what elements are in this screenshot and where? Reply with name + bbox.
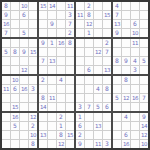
sudoku-cell[interactable]: 6 — [76, 122, 84, 130]
sudoku-cell[interactable] — [131, 48, 139, 56]
sudoku-cell[interactable] — [113, 140, 121, 148]
sudoku-cell[interactable]: 7 — [85, 103, 93, 111]
sudoku-cell[interactable] — [113, 122, 121, 130]
sudoku-cell[interactable] — [103, 113, 111, 121]
sudoku-cell[interactable] — [122, 122, 130, 130]
sudoku-cell[interactable] — [76, 2, 84, 10]
sudoku-cell[interactable] — [76, 66, 84, 74]
sudoku-cell[interactable]: 14 — [39, 103, 47, 111]
sudoku-cell[interactable] — [11, 57, 19, 65]
sudoku-cell[interactable]: 10 — [140, 140, 148, 148]
sudoku-cell[interactable] — [113, 76, 121, 84]
sudoku-cell[interactable]: 1 — [57, 122, 65, 130]
sudoku-cell[interactable] — [131, 131, 139, 139]
sudoku-cell[interactable]: 6 — [131, 20, 139, 28]
sudoku-cell[interactable] — [85, 94, 93, 102]
sudoku-cell[interactable] — [48, 76, 56, 84]
sudoku-cell[interactable] — [122, 20, 130, 28]
sudoku-cell[interactable] — [2, 39, 10, 47]
sudoku-cell[interactable] — [29, 76, 37, 84]
sudoku-cell[interactable]: 15 — [29, 48, 37, 56]
sudoku-cell[interactable] — [94, 29, 102, 37]
sudoku-cell[interactable]: 12 — [57, 140, 65, 148]
sudoku-cell[interactable] — [39, 29, 47, 37]
sudoku-cell[interactable] — [39, 48, 47, 56]
sudoku-cell[interactable] — [94, 11, 102, 19]
sudoku-cell[interactable] — [94, 131, 102, 139]
sudoku-cell[interactable] — [20, 76, 28, 84]
sudoku-cell[interactable] — [140, 66, 148, 74]
sudoku-cell[interactable]: 15 — [66, 131, 74, 139]
sudoku-cell[interactable] — [11, 39, 19, 47]
sudoku-cell[interactable]: 16 — [131, 94, 139, 102]
sudoku-cell[interactable] — [103, 131, 111, 139]
sudoku-cell[interactable] — [103, 76, 111, 84]
sudoku-cell[interactable] — [122, 48, 130, 56]
sudoku-cell[interactable] — [20, 57, 28, 65]
sudoku-cell[interactable]: 15 — [11, 103, 19, 111]
sudoku-cell[interactable] — [76, 85, 84, 93]
sudoku-cell[interactable]: 8 — [2, 2, 10, 10]
sudoku-cell[interactable] — [20, 122, 28, 130]
sudoku-cell[interactable] — [48, 66, 56, 74]
sudoku-cell[interactable]: 1 — [85, 29, 93, 37]
sudoku-cell[interactable] — [20, 103, 28, 111]
sudoku-cell[interactable] — [76, 57, 84, 65]
sudoku-cell[interactable]: 10 — [131, 29, 139, 37]
sudoku-cell[interactable] — [57, 29, 65, 37]
sudoku-cell[interactable] — [2, 94, 10, 102]
sudoku-cell[interactable]: 11 — [94, 140, 102, 148]
sudoku-cell[interactable]: 11 — [131, 39, 139, 47]
sudoku-cell[interactable]: 6 — [103, 103, 111, 111]
sudoku-cell[interactable] — [48, 122, 56, 130]
sudoku-cell[interactable] — [113, 113, 121, 121]
sudoku-cell[interactable] — [29, 66, 37, 74]
sudoku-cell[interactable]: 2 — [103, 39, 111, 47]
sudoku-cell[interactable]: 12 — [29, 113, 37, 121]
sudoku-cell[interactable] — [66, 57, 74, 65]
sudoku-cell[interactable] — [57, 57, 65, 65]
sudoku-cell[interactable] — [94, 113, 102, 121]
sudoku-cell[interactable] — [2, 131, 10, 139]
sudoku-cell[interactable] — [39, 122, 47, 130]
sudoku-cell[interactable] — [11, 29, 19, 37]
sudoku-cell[interactable] — [76, 76, 84, 84]
sudoku-cell[interactable]: 5 — [20, 29, 28, 37]
sudoku-cell[interactable]: 7 — [140, 94, 148, 102]
sudoku-cell[interactable] — [140, 103, 148, 111]
sudoku-cell[interactable] — [85, 113, 93, 121]
sudoku-cell[interactable]: 7 — [2, 29, 10, 37]
sudoku-cell[interactable] — [20, 39, 28, 47]
sudoku-cell[interactable]: 12 — [94, 48, 102, 56]
sudoku-cell[interactable] — [48, 29, 56, 37]
sudoku-cell[interactable] — [85, 39, 93, 47]
sudoku-cell[interactable] — [85, 85, 93, 93]
sudoku-cell[interactable] — [39, 20, 47, 28]
sudoku-cell[interactable]: 4 — [122, 113, 130, 121]
sudoku-cell[interactable]: 10 — [11, 76, 19, 84]
sudoku-cell[interactable]: 12 — [85, 20, 93, 28]
sudoku-cell[interactable] — [57, 94, 65, 102]
sudoku-cell[interactable]: 16 — [2, 20, 10, 28]
sudoku-cell[interactable] — [131, 140, 139, 148]
sudoku-cell[interactable] — [2, 122, 10, 130]
sudoku-cell[interactable] — [57, 66, 65, 74]
sudoku-cell[interactable]: 9 — [20, 48, 28, 56]
sudoku-cell[interactable]: 9 — [140, 113, 148, 121]
sudoku-cell[interactable] — [103, 20, 111, 28]
sudoku-cell[interactable] — [140, 29, 148, 37]
sudoku-cell[interactable]: 13 — [103, 66, 111, 74]
sudoku-cell[interactable]: 6 — [11, 85, 19, 93]
sudoku-cell[interactable]: 11 — [48, 94, 56, 102]
sudoku-cell[interactable]: 7 — [113, 11, 121, 19]
sudoku-cell[interactable] — [94, 94, 102, 102]
sudoku-cell[interactable] — [85, 131, 93, 139]
sudoku-cell[interactable]: 3 — [66, 11, 74, 19]
sudoku-cell[interactable]: 16 — [57, 39, 65, 47]
sudoku-cell[interactable] — [131, 11, 139, 19]
sudoku-cell[interactable]: 12 — [122, 94, 130, 102]
sudoku-cell[interactable] — [48, 131, 56, 139]
sudoku-cell[interactable]: 13 — [94, 122, 102, 130]
sudoku-cell[interactable] — [140, 2, 148, 10]
sudoku-cell[interactable]: 8 — [66, 39, 74, 47]
sudoku-cell[interactable]: 5 — [11, 122, 19, 130]
sudoku-cell[interactable]: 6 — [85, 66, 93, 74]
sudoku-cell[interactable] — [57, 103, 65, 111]
sudoku-cell[interactable] — [2, 66, 10, 74]
sudoku-cell[interactable] — [113, 85, 121, 93]
sudoku-cell[interactable]: 12 — [140, 131, 148, 139]
sudoku-cell[interactable] — [66, 103, 74, 111]
sudoku-cell[interactable] — [122, 11, 130, 19]
sudoku-cell[interactable] — [85, 76, 93, 84]
sudoku-cell[interactable] — [29, 57, 37, 65]
sudoku-cell[interactable]: 4 — [113, 2, 121, 10]
sudoku-cell[interactable] — [11, 94, 19, 102]
sudoku-cell[interactable]: 9 — [113, 29, 121, 37]
sudoku-cell[interactable] — [48, 11, 56, 19]
sudoku-cell[interactable] — [140, 76, 148, 84]
sudoku-cell[interactable] — [57, 85, 65, 93]
sudoku-cell[interactable]: 2 — [85, 2, 93, 10]
sudoku-cell[interactable] — [66, 76, 74, 84]
sudoku-cell[interactable] — [48, 48, 56, 56]
sudoku-cell[interactable] — [94, 66, 102, 74]
sudoku-cell[interactable]: 7 — [66, 20, 74, 28]
sudoku-cell[interactable] — [85, 122, 93, 130]
sudoku-cell[interactable]: 6 — [20, 11, 28, 19]
sudoku-cell[interactable]: 8 — [85, 11, 93, 19]
sudoku-cell[interactable] — [29, 94, 37, 102]
sudoku-cell[interactable] — [2, 113, 10, 121]
sudoku-cell[interactable] — [66, 122, 74, 130]
sudoku-cell[interactable] — [11, 20, 19, 28]
sudoku-cell[interactable] — [39, 140, 47, 148]
sudoku-cell[interactable] — [140, 39, 148, 47]
sudoku-cell[interactable] — [20, 20, 28, 28]
sudoku-cell[interactable]: 8 — [29, 140, 37, 148]
sudoku-cell[interactable] — [57, 11, 65, 19]
sudoku-cell[interactable] — [122, 85, 130, 93]
sudoku-cell[interactable] — [48, 85, 56, 93]
sudoku-cell[interactable]: 9 — [48, 20, 56, 28]
sudoku-cell[interactable] — [103, 94, 111, 102]
sudoku-cell[interactable] — [140, 11, 148, 19]
sudoku-cell[interactable]: 12 — [20, 66, 28, 74]
sudoku-cell[interactable] — [140, 20, 148, 28]
sudoku-cell[interactable] — [113, 39, 121, 47]
sudoku-cell[interactable]: 5 — [2, 48, 10, 56]
sudoku-cell[interactable]: 4 — [94, 85, 102, 93]
sudoku-cell[interactable] — [85, 140, 93, 148]
sudoku-cell[interactable] — [2, 57, 10, 65]
sudoku-cell[interactable]: 16 — [20, 85, 28, 93]
sudoku-cell[interactable] — [66, 48, 74, 56]
sudoku-cell[interactable]: 13 — [113, 20, 121, 28]
sudoku-cell[interactable] — [94, 20, 102, 28]
sudoku-cell[interactable] — [122, 103, 130, 111]
sudoku-cell[interactable] — [122, 39, 130, 47]
sudoku-cell[interactable]: 4 — [131, 57, 139, 65]
sudoku-cell[interactable] — [113, 66, 121, 74]
sudoku-cell[interactable] — [94, 2, 102, 10]
sudoku-cell[interactable] — [29, 103, 37, 111]
sudoku-cell[interactable] — [103, 2, 111, 10]
sudoku-cell[interactable] — [113, 131, 121, 139]
sudoku-cell[interactable]: 8 — [103, 85, 111, 93]
sudoku-cell[interactable] — [2, 103, 10, 111]
sudoku-cell[interactable]: 8 — [39, 94, 47, 102]
sudoku-cell[interactable] — [113, 103, 121, 111]
sudoku-cell[interactable] — [48, 103, 56, 111]
sudoku-cell[interactable] — [140, 48, 148, 56]
sudoku-cell[interactable]: 1 — [76, 113, 84, 121]
sudoku-cell[interactable]: 15 — [103, 11, 111, 19]
sudoku-cell[interactable]: 10 — [20, 2, 28, 10]
sudoku-cell[interactable]: 4 — [57, 76, 65, 84]
sudoku-cell[interactable] — [29, 20, 37, 28]
sudoku-cell[interactable] — [66, 85, 74, 93]
sudoku-cell[interactable] — [20, 113, 28, 121]
sudoku-cell[interactable] — [140, 85, 148, 93]
sudoku-cell[interactable]: 10 — [29, 131, 37, 139]
sudoku-cell[interactable] — [66, 94, 74, 102]
sudoku-cell[interactable]: 16 — [11, 113, 19, 121]
sudoku-cell[interactable]: 3 — [76, 103, 84, 111]
sudoku-cell[interactable]: 15 — [39, 2, 47, 10]
sudoku-cell[interactable] — [94, 76, 102, 84]
sudoku-cell[interactable] — [57, 48, 65, 56]
sudoku-cell[interactable] — [66, 113, 74, 121]
sudoku-cell[interactable] — [131, 2, 139, 10]
sudoku-cell[interactable]: 13 — [39, 131, 47, 139]
sudoku-cell[interactable] — [76, 94, 84, 102]
sudoku-cell[interactable] — [94, 39, 102, 47]
sudoku-cell[interactable] — [66, 66, 74, 74]
sudoku-cell[interactable]: 2 — [57, 113, 65, 121]
sudoku-cell[interactable] — [131, 85, 139, 93]
sudoku-cell[interactable] — [85, 57, 93, 65]
sudoku-cell[interactable]: 2 — [39, 76, 47, 84]
sudoku-cell[interactable]: 3 — [29, 85, 37, 93]
sudoku-cell[interactable]: 11 — [76, 11, 84, 19]
sudoku-cell[interactable] — [103, 122, 111, 130]
sudoku-cell[interactable]: 16 — [122, 140, 130, 148]
sudoku-cell[interactable] — [20, 94, 28, 102]
sudoku-cell[interactable] — [11, 131, 19, 139]
sudoku-cell[interactable] — [29, 39, 37, 47]
sudoku-cell[interactable] — [48, 113, 56, 121]
sudoku-cell[interactable]: 14 — [140, 122, 148, 130]
sudoku-cell[interactable] — [20, 131, 28, 139]
sudoku-cell[interactable] — [39, 85, 47, 93]
sudoku-cell[interactable]: 5 — [94, 103, 102, 111]
sudoku-cell[interactable] — [131, 76, 139, 84]
sudoku-cell[interactable] — [103, 29, 111, 37]
sudoku-cell[interactable]: 2 — [66, 29, 74, 37]
sudoku-cell[interactable]: 2 — [29, 122, 37, 130]
sudoku-cell[interactable]: 8 — [122, 76, 130, 84]
sudoku-cell[interactable] — [113, 48, 121, 56]
sudoku-cell[interactable] — [76, 39, 84, 47]
sudoku-cell[interactable]: 8 — [57, 131, 65, 139]
sudoku-cell[interactable] — [11, 11, 19, 19]
sudoku-cell[interactable] — [131, 122, 139, 130]
sudoku-cell[interactable] — [29, 29, 37, 37]
sudoku-cell[interactable] — [85, 48, 93, 56]
sudoku-cell[interactable] — [76, 20, 84, 28]
sudoku-cell[interactable] — [11, 66, 19, 74]
sudoku-cell[interactable]: 9 — [122, 57, 130, 65]
sudoku-cell[interactable] — [11, 140, 19, 148]
sudoku-cell[interactable]: 9 — [76, 140, 84, 148]
sudoku-cell[interactable]: 5 — [140, 57, 148, 65]
sudoku-cell[interactable] — [57, 20, 65, 28]
sudoku-cell[interactable]: 8 — [11, 48, 19, 56]
sudoku-cell[interactable] — [2, 140, 10, 148]
sudoku-cell[interactable] — [39, 66, 47, 74]
sudoku-cell[interactable]: 11 — [66, 2, 74, 10]
sudoku-cell[interactable]: 11 — [2, 85, 10, 93]
sudoku-cell[interactable] — [39, 113, 47, 121]
sudoku-cell[interactable]: 7 — [39, 57, 47, 65]
sudoku-cell[interactable]: 7 — [103, 48, 111, 56]
sudoku-cell[interactable]: 6 — [122, 131, 130, 139]
sudoku-cell[interactable] — [76, 48, 84, 56]
sudoku-cell[interactable]: 5 — [113, 94, 121, 102]
sudoku-cell[interactable] — [29, 11, 37, 19]
box-border-horizontal — [2, 74, 148, 76]
sudoku-cell[interactable]: 8 — [113, 57, 121, 65]
sudoku-cell[interactable] — [122, 2, 130, 10]
sudoku-cell[interactable] — [94, 57, 102, 65]
sudoku-cell[interactable] — [20, 140, 28, 148]
sudoku-cell[interactable] — [57, 2, 65, 10]
sudoku-cell[interactable] — [122, 29, 130, 37]
sudoku-board: 8101514112496311815716971213675219109116… — [0, 0, 150, 150]
sudoku-cell[interactable] — [131, 113, 139, 121]
sudoku-cell[interactable] — [29, 2, 37, 10]
box-border-horizontal — [2, 111, 148, 113]
sudoku-cell[interactable]: 1 — [48, 39, 56, 47]
sudoku-cell[interactable] — [39, 11, 47, 19]
sudoku-cell[interactable] — [122, 66, 130, 74]
sudoku-cell[interactable] — [131, 103, 139, 111]
sudoku-cell[interactable] — [48, 140, 56, 148]
sudoku-cell[interactable]: 3 — [103, 140, 111, 148]
box-border-vertical — [111, 2, 113, 148]
sudoku-cell[interactable] — [66, 140, 74, 148]
sudoku-cell[interactable]: 9 — [39, 39, 47, 47]
sudoku-cell[interactable]: 14 — [48, 2, 56, 10]
sudoku-cell[interactable] — [76, 29, 84, 37]
sudoku-cell[interactable] — [103, 57, 111, 65]
sudoku-cell[interactable] — [2, 76, 10, 84]
sudoku-cell[interactable]: 3 — [131, 66, 139, 74]
sudoku-cell[interactable]: 9 — [2, 11, 10, 19]
sudoku-cell[interactable]: 13 — [48, 57, 56, 65]
sudoku-cell[interactable] — [11, 2, 19, 10]
sudoku-cell[interactable]: 2 — [76, 131, 84, 139]
